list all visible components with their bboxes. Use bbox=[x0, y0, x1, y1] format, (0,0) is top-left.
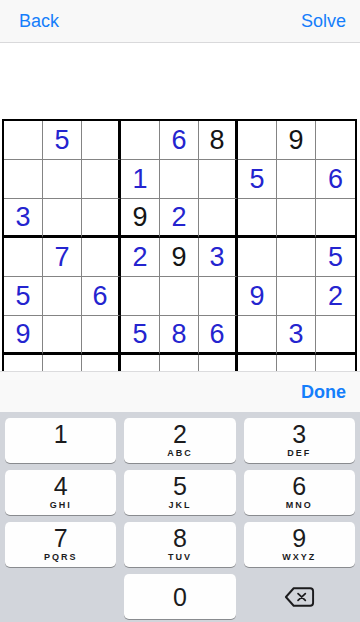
sudoku-cell-r1c1[interactable] bbox=[4, 121, 43, 160]
sudoku-cell-r5c5[interactable] bbox=[160, 277, 199, 316]
sudoku-cell-r5c7[interactable]: 9 bbox=[238, 277, 277, 316]
sudoku-cell-r2c1[interactable] bbox=[4, 160, 43, 199]
sudoku-cell-r1c6[interactable]: 8 bbox=[199, 121, 238, 160]
sudoku-cell-r5c4[interactable] bbox=[121, 277, 160, 316]
sudoku-cell-r1c5[interactable]: 6 bbox=[160, 121, 199, 160]
sudoku-cell-r2c2[interactable] bbox=[43, 160, 82, 199]
sudoku-cell-r1c9[interactable] bbox=[316, 121, 355, 160]
key-8-letters: TUV bbox=[168, 552, 192, 563]
sudoku-cell-r3c1[interactable]: 3 bbox=[4, 199, 43, 238]
key-7-digit: 7 bbox=[54, 524, 68, 552]
sudoku-cell-r2c4[interactable]: 1 bbox=[121, 160, 160, 199]
keyboard-accessory-bar: Done bbox=[0, 371, 360, 412]
key-6-digit: 6 bbox=[292, 472, 306, 500]
key-9-letters: WXYZ bbox=[282, 552, 316, 563]
sudoku-cell-r3c4[interactable]: 9 bbox=[121, 199, 160, 238]
sudoku-cell-r2c3[interactable] bbox=[82, 160, 121, 199]
sudoku-cell-r4c2[interactable]: 7 bbox=[43, 238, 82, 277]
keypad-row-bottom: 0 bbox=[5, 574, 355, 619]
key-9-digit: 9 bbox=[292, 524, 306, 552]
sudoku-cell-r2c8[interactable] bbox=[277, 160, 316, 199]
sudoku-cell-r1c7[interactable] bbox=[238, 121, 277, 160]
sudoku-cell-r1c3[interactable] bbox=[82, 121, 121, 160]
sudoku-cell-r4c4[interactable]: 2 bbox=[121, 238, 160, 277]
sudoku-cell-r6c7[interactable] bbox=[238, 316, 277, 355]
sudoku-cell-r6c4[interactable]: 5 bbox=[121, 316, 160, 355]
sudoku-cell-r1c8[interactable]: 9 bbox=[277, 121, 316, 160]
sudoku-cell-r6c3[interactable] bbox=[82, 316, 121, 355]
key-4[interactable]: 4GHI bbox=[5, 470, 116, 515]
key-5-letters: JKL bbox=[168, 500, 191, 511]
key-2-digit: 2 bbox=[173, 420, 187, 448]
back-button[interactable]: Back bbox=[19, 11, 59, 32]
key-1-digit: 1 bbox=[54, 420, 68, 448]
key-0[interactable]: 0 bbox=[124, 574, 235, 619]
key-0-digit: 0 bbox=[173, 583, 187, 611]
sudoku-cell-r2c9[interactable]: 6 bbox=[316, 160, 355, 199]
keypad-row-1: 12ABC3DEF bbox=[5, 418, 355, 463]
sudoku-cell-r4c3[interactable] bbox=[82, 238, 121, 277]
sudoku-cell-r4c8[interactable] bbox=[277, 238, 316, 277]
sudoku-cell-r6c8[interactable]: 3 bbox=[277, 316, 316, 355]
sudoku-cell-r1c4[interactable] bbox=[121, 121, 160, 160]
sudoku-cell-r6c6[interactable]: 6 bbox=[199, 316, 238, 355]
sudoku-cell-r3c9[interactable] bbox=[316, 199, 355, 238]
sudoku-cell-r3c6[interactable] bbox=[199, 199, 238, 238]
sudoku-cell-r4c1[interactable] bbox=[4, 238, 43, 277]
sudoku-cell-r5c2[interactable] bbox=[43, 277, 82, 316]
navigation-bar: Back Solve bbox=[0, 0, 360, 43]
key-3-letters: DEF bbox=[287, 448, 311, 459]
sudoku-cell-r6c1[interactable]: 9 bbox=[4, 316, 43, 355]
sudoku-cell-r2c7[interactable]: 5 bbox=[238, 160, 277, 199]
sudoku-cell-r5c3[interactable]: 6 bbox=[82, 277, 121, 316]
sudoku-cell-r5c6[interactable] bbox=[199, 277, 238, 316]
key-6[interactable]: 6MNO bbox=[244, 470, 355, 515]
key-3[interactable]: 3DEF bbox=[244, 418, 355, 463]
key-8-digit: 8 bbox=[173, 524, 187, 552]
key-7[interactable]: 7PQRS bbox=[5, 522, 116, 567]
key-4-digit: 4 bbox=[54, 472, 68, 500]
sudoku-cell-r3c7[interactable] bbox=[238, 199, 277, 238]
sudoku-cell-r6c5[interactable]: 8 bbox=[160, 316, 199, 355]
sudoku-cell-r6c2[interactable] bbox=[43, 316, 82, 355]
key-4-letters: GHI bbox=[50, 500, 72, 511]
sudoku-cell-r4c7[interactable] bbox=[238, 238, 277, 277]
sudoku-cell-r4c9[interactable]: 5 bbox=[316, 238, 355, 277]
key-5-digit: 5 bbox=[173, 472, 187, 500]
delete-left-icon bbox=[283, 585, 316, 609]
backspace-key[interactable] bbox=[244, 574, 355, 619]
sudoku-cell-r5c1[interactable]: 5 bbox=[4, 277, 43, 316]
key-2[interactable]: 2ABC bbox=[124, 418, 235, 463]
key-9[interactable]: 9WXYZ bbox=[244, 522, 355, 567]
sudoku-cell-r5c9[interactable]: 2 bbox=[316, 277, 355, 316]
sudoku-cell-r4c5[interactable]: 9 bbox=[160, 238, 199, 277]
sudoku-cell-r1c2[interactable]: 5 bbox=[43, 121, 82, 160]
sudoku-cell-r3c8[interactable] bbox=[277, 199, 316, 238]
key-7-letters: PQRS bbox=[44, 552, 78, 563]
sudoku-cell-r2c6[interactable] bbox=[199, 160, 238, 199]
keypad-spacer bbox=[5, 574, 116, 619]
solve-button[interactable]: Solve bbox=[301, 11, 346, 32]
sudoku-cell-r3c3[interactable] bbox=[82, 199, 121, 238]
done-button[interactable]: Done bbox=[301, 382, 346, 403]
key-1[interactable]: 1 bbox=[5, 418, 116, 463]
key-3-digit: 3 bbox=[292, 420, 306, 448]
sudoku-cell-r5c8[interactable] bbox=[277, 277, 316, 316]
key-2-letters: ABC bbox=[167, 448, 193, 459]
sudoku-cell-r3c5[interactable]: 2 bbox=[160, 199, 199, 238]
number-keyboard: 12ABC3DEF4GHI5JKL6MNO7PQRS8TUV9WXYZ 0 bbox=[0, 412, 360, 622]
sudoku-cell-r4c6[interactable]: 3 bbox=[199, 238, 238, 277]
keypad-row-2: 4GHI5JKL6MNO bbox=[5, 470, 355, 515]
sudoku-cell-r2c5[interactable] bbox=[160, 160, 199, 199]
key-5[interactable]: 5JKL bbox=[124, 470, 235, 515]
sudoku-cell-r6c9[interactable] bbox=[316, 316, 355, 355]
keypad-row-3: 7PQRS8TUV9WXYZ bbox=[5, 522, 355, 567]
sudoku-cell-r3c2[interactable] bbox=[43, 199, 82, 238]
key-6-letters: MNO bbox=[286, 500, 313, 511]
key-8[interactable]: 8TUV bbox=[124, 522, 235, 567]
